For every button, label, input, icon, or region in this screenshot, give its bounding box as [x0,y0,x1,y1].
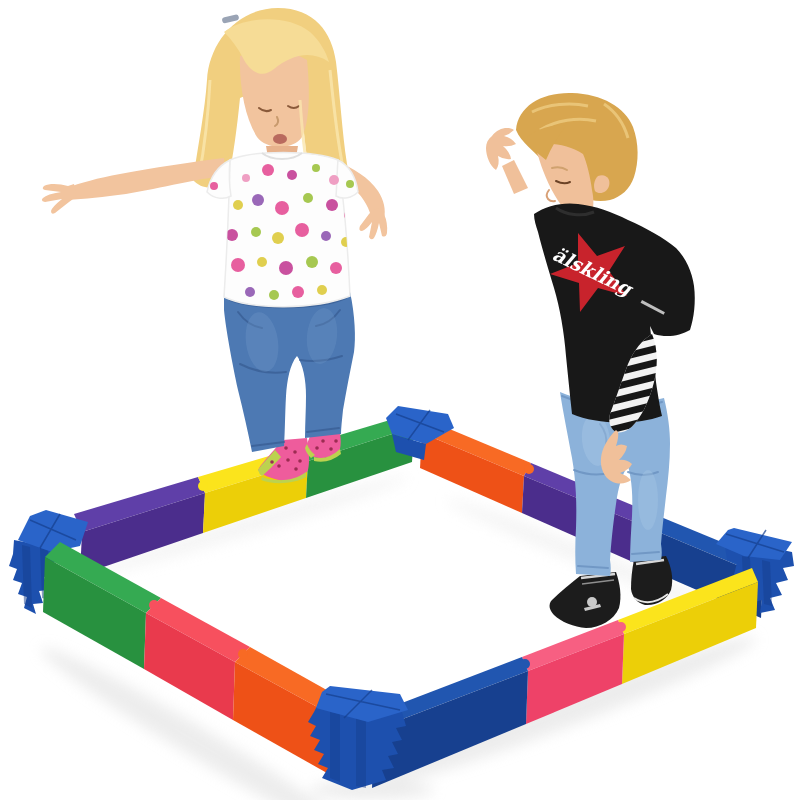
girl-polka-top [207,153,358,307]
boy-left-sock [550,572,621,628]
girl-left-arm [66,158,226,200]
girl-left-hand [42,184,76,214]
puzzle-tab [524,464,534,474]
product-photo: älskling [0,0,800,800]
post-flute [356,716,366,788]
boy-raised-wrist [502,160,528,194]
girl-right-hand [359,209,387,239]
scene-svg: älskling [0,0,800,800]
puzzle-tab [616,622,626,632]
post-flute [330,712,340,782]
puzzle-tab [198,481,208,491]
boy-tee [534,203,695,422]
boy-jeans-highlight [638,470,658,530]
boy-right-sock [631,556,672,605]
puzzle-tab [149,600,159,610]
puzzle-tab [238,649,248,659]
top-right-sleeve [336,160,358,198]
puzzle-tab [520,659,530,669]
balance-beam-square [9,406,794,790]
girl [42,8,387,483]
girl-mouth [273,134,287,144]
